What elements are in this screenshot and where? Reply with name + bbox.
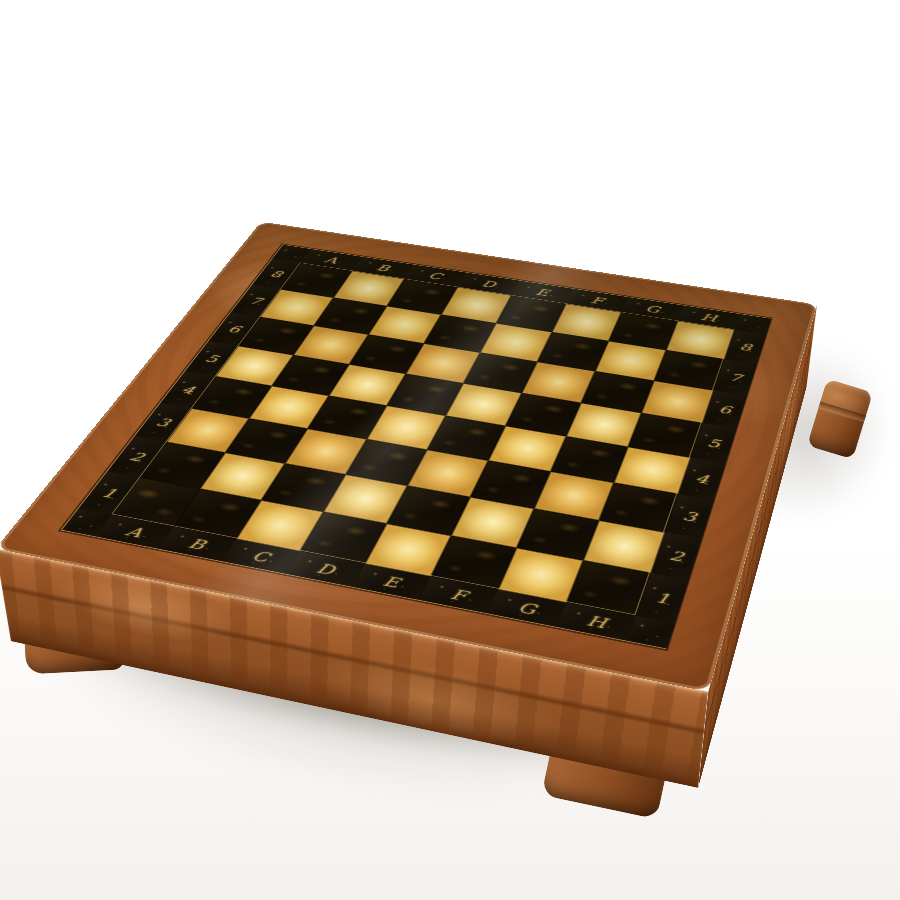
pieces-layer [0,0,900,900]
amber-chess-set-photo: ABCDEFGH8877665544332211ABCDEFGH [0,0,900,900]
